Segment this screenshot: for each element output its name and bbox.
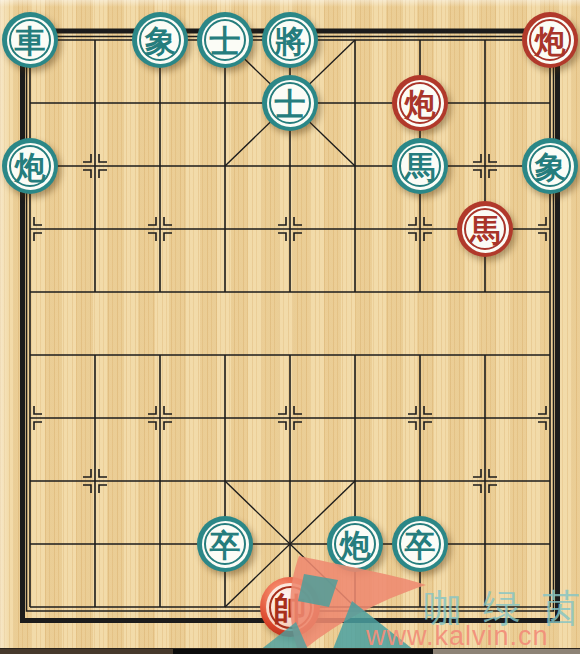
piece-glyph: 馬: [470, 215, 501, 246]
piece-face: 卒: [202, 521, 249, 568]
piece-face: 象: [137, 17, 184, 64]
piece-black-cannon[interactable]: 炮: [327, 516, 383, 572]
piece-face: 車: [7, 17, 54, 64]
piece-black-soldier[interactable]: 卒: [392, 516, 448, 572]
piece-red-general[interactable]: 帥: [260, 577, 320, 637]
piece-face: 馬: [397, 143, 444, 190]
piece-glyph: 車: [15, 26, 46, 57]
piece-glyph: 卒: [210, 530, 241, 561]
piece-black-elephant[interactable]: 象: [522, 138, 578, 194]
piece-face: 象: [527, 143, 574, 190]
piece-red-horse[interactable]: 馬: [457, 201, 513, 257]
piece-glyph: 象: [535, 152, 566, 183]
piece-face: 士: [202, 17, 249, 64]
piece-face: 士: [267, 80, 314, 127]
piece-black-chariot[interactable]: 車: [2, 12, 58, 68]
piece-face: 帥: [266, 583, 314, 631]
piece-glyph: 炮: [15, 152, 46, 183]
piece-glyph: 士: [210, 26, 241, 57]
piece-black-advisor[interactable]: 士: [197, 12, 253, 68]
piece-black-elephant[interactable]: 象: [132, 12, 188, 68]
piece-face: 馬: [462, 206, 509, 253]
piece-glyph: 馬: [405, 152, 436, 183]
piece-face: 炮: [527, 17, 574, 64]
piece-black-horse[interactable]: 馬: [392, 138, 448, 194]
bottom-edge-black-segment: [173, 649, 433, 654]
piece-face: 炮: [332, 521, 379, 568]
piece-face: 將: [267, 17, 314, 64]
piece-black-cannon[interactable]: 炮: [2, 138, 58, 194]
piece-glyph: 炮: [340, 530, 371, 561]
piece-black-general[interactable]: 將: [262, 12, 318, 68]
piece-black-soldier[interactable]: 卒: [197, 516, 253, 572]
pieces-layer: 車象士將炮士炮炮馬象馬卒炮卒帥: [0, 0, 580, 654]
piece-face: 炮: [7, 143, 54, 190]
piece-red-cannon[interactable]: 炮: [522, 12, 578, 68]
piece-glyph: 炮: [535, 26, 566, 57]
piece-face: 卒: [397, 521, 444, 568]
bottom-edge-gray-segment: [433, 649, 580, 654]
piece-glyph: 炮: [405, 89, 436, 120]
piece-glyph: 將: [275, 26, 306, 57]
piece-glyph: 卒: [405, 530, 436, 561]
piece-glyph: 士: [275, 89, 306, 120]
piece-glyph: 帥: [274, 592, 307, 625]
xiangqi-app: 車象士將炮士炮炮馬象馬卒炮卒帥 咖绿茵 www.kalvin.cn: [0, 0, 580, 654]
piece-glyph: 象: [145, 26, 176, 57]
piece-red-cannon[interactable]: 炮: [392, 75, 448, 131]
bottom-edge-strip: [0, 648, 580, 654]
piece-black-advisor[interactable]: 士: [262, 75, 318, 131]
piece-face: 炮: [397, 80, 444, 127]
